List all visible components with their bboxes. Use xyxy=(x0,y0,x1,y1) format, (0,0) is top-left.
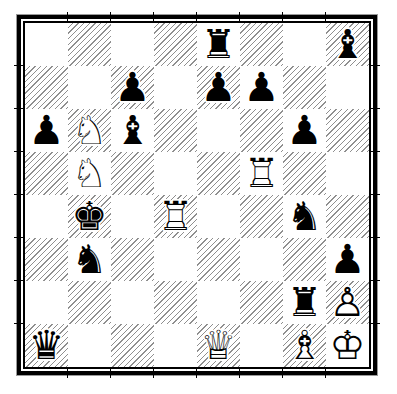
square-c7[interactable]: ♟♟ xyxy=(111,66,154,109)
square-h1[interactable]: ♚♔ xyxy=(326,324,369,367)
piece-black-pawn-g6[interactable]: ♟ xyxy=(283,109,326,152)
square-g6[interactable]: ♟♟ xyxy=(283,109,326,152)
piece-white-knight-b6[interactable]: ♘ xyxy=(68,109,111,152)
piece-black-pawn-h3[interactable]: ♟ xyxy=(326,238,369,281)
square-a8[interactable] xyxy=(25,23,68,66)
frame-tick xyxy=(239,12,240,22)
square-a2[interactable] xyxy=(25,281,68,324)
piece-white-rook-d4[interactable]: ♖ xyxy=(154,195,197,238)
square-d6[interactable] xyxy=(154,109,197,152)
frame-tick xyxy=(153,368,154,378)
piece-black-pawn-f7[interactable]: ♟ xyxy=(240,66,283,109)
frame-tick xyxy=(370,280,380,281)
piece-black-knight-g4[interactable]: ♞ xyxy=(283,195,326,238)
frame-tick xyxy=(196,368,197,378)
piece-white-knight-b5[interactable]: ♘ xyxy=(68,152,111,195)
frame-tick xyxy=(370,65,380,66)
piece-white-queen-e1[interactable]: ♕ xyxy=(197,324,240,367)
square-f5[interactable]: ♜♖ xyxy=(240,152,283,195)
chess-diagram: ♜♜♝♝♟♟♟♟♟♟♟♟♞♘♝♝♟♟♞♘♜♖♚♚♜♖♞♞♞♞♟♟♜♜♟♙♛♛♛♕… xyxy=(16,14,378,376)
square-h6[interactable] xyxy=(326,109,369,152)
frame-tick xyxy=(370,151,380,152)
piece-white-pawn-h2[interactable]: ♙ xyxy=(326,281,369,324)
square-c1[interactable] xyxy=(111,324,154,367)
square-d8[interactable] xyxy=(154,23,197,66)
square-e8[interactable]: ♜♜ xyxy=(197,23,240,66)
frame-tick xyxy=(153,12,154,22)
square-f8[interactable] xyxy=(240,23,283,66)
frame-tick xyxy=(370,237,380,238)
piece-black-bishop-c6[interactable]: ♝ xyxy=(111,109,154,152)
frame-tick xyxy=(67,368,68,378)
piece-white-rook-f5[interactable]: ♖ xyxy=(240,152,283,195)
square-a5[interactable] xyxy=(25,152,68,195)
piece-white-king-h1[interactable]: ♔ xyxy=(326,324,369,367)
square-b7[interactable] xyxy=(68,66,111,109)
square-a6[interactable]: ♟♟ xyxy=(25,109,68,152)
square-h4[interactable] xyxy=(326,195,369,238)
square-c8[interactable] xyxy=(111,23,154,66)
square-b5[interactable]: ♞♘ xyxy=(68,152,111,195)
frame-tick xyxy=(325,368,326,378)
square-g1[interactable]: ♝♗ xyxy=(283,324,326,367)
square-e1[interactable]: ♛♕ xyxy=(197,324,240,367)
frame-tick xyxy=(370,323,380,324)
frame-tick xyxy=(110,12,111,22)
square-g4[interactable]: ♞♞ xyxy=(283,195,326,238)
frame-tick xyxy=(325,12,326,22)
square-c6[interactable]: ♝♝ xyxy=(111,109,154,152)
square-a3[interactable] xyxy=(25,238,68,281)
square-f4[interactable] xyxy=(240,195,283,238)
square-a7[interactable] xyxy=(25,66,68,109)
square-b6[interactable]: ♞♘ xyxy=(68,109,111,152)
square-d7[interactable] xyxy=(154,66,197,109)
piece-black-pawn-a6[interactable]: ♟ xyxy=(25,109,68,152)
frame-tick xyxy=(282,368,283,378)
square-f7[interactable]: ♟♟ xyxy=(240,66,283,109)
square-b8[interactable] xyxy=(68,23,111,66)
square-e4[interactable] xyxy=(197,195,240,238)
piece-black-rook-e8[interactable]: ♜ xyxy=(197,23,240,66)
frame-tick xyxy=(14,108,24,109)
frame-tick xyxy=(282,12,283,22)
square-e7[interactable]: ♟♟ xyxy=(197,66,240,109)
square-h3[interactable]: ♟♟ xyxy=(326,238,369,281)
square-g5[interactable] xyxy=(283,152,326,195)
square-a4[interactable] xyxy=(25,195,68,238)
frame-tick xyxy=(14,65,24,66)
square-c2[interactable] xyxy=(111,281,154,324)
chess-board: ♜♜♝♝♟♟♟♟♟♟♟♟♞♘♝♝♟♟♞♘♜♖♚♚♜♖♞♞♞♞♟♟♜♜♟♙♛♛♛♕… xyxy=(25,23,369,367)
board-frame-inner-line: ♜♜♝♝♟♟♟♟♟♟♟♟♞♘♝♝♟♟♞♘♜♖♚♚♜♖♞♞♞♞♟♟♜♜♟♙♛♛♛♕… xyxy=(23,21,371,369)
square-f2[interactable] xyxy=(240,281,283,324)
piece-black-bishop-h8[interactable]: ♝ xyxy=(326,23,369,66)
square-e6[interactable] xyxy=(197,109,240,152)
square-b3[interactable]: ♞♞ xyxy=(68,238,111,281)
square-f3[interactable] xyxy=(240,238,283,281)
square-d5[interactable] xyxy=(154,152,197,195)
square-g7[interactable] xyxy=(283,66,326,109)
square-g8[interactable] xyxy=(283,23,326,66)
square-g3[interactable] xyxy=(283,238,326,281)
frame-tick xyxy=(14,194,24,195)
square-e2[interactable] xyxy=(197,281,240,324)
square-h5[interactable] xyxy=(326,152,369,195)
piece-black-rook-g2[interactable]: ♜ xyxy=(283,281,326,324)
piece-black-knight-b3[interactable]: ♞ xyxy=(68,238,111,281)
square-f6[interactable] xyxy=(240,109,283,152)
square-h2[interactable]: ♟♙ xyxy=(326,281,369,324)
square-d4[interactable]: ♜♖ xyxy=(154,195,197,238)
frame-tick xyxy=(370,108,380,109)
square-b2[interactable] xyxy=(68,281,111,324)
square-c5[interactable] xyxy=(111,152,154,195)
frame-tick xyxy=(14,280,24,281)
square-a1[interactable]: ♛♛ xyxy=(25,324,68,367)
frame-tick xyxy=(196,12,197,22)
square-d3[interactable] xyxy=(154,238,197,281)
piece-black-king-b4[interactable]: ♚ xyxy=(68,195,111,238)
square-c4[interactable] xyxy=(111,195,154,238)
board-frame-border: ♜♜♝♝♟♟♟♟♟♟♟♟♞♘♝♝♟♟♞♘♜♖♚♚♜♖♞♞♞♞♟♟♜♜♟♙♛♛♛♕… xyxy=(17,15,377,375)
square-g2[interactable]: ♜♜ xyxy=(283,281,326,324)
square-e5[interactable] xyxy=(197,152,240,195)
frame-tick xyxy=(370,194,380,195)
frame-tick xyxy=(67,12,68,22)
square-e3[interactable] xyxy=(197,238,240,281)
piece-white-bishop-g1[interactable]: ♗ xyxy=(283,324,326,367)
piece-black-queen-a1[interactable]: ♛ xyxy=(25,324,68,367)
square-h8[interactable]: ♝♝ xyxy=(326,23,369,66)
frame-tick xyxy=(14,237,24,238)
frame-tick xyxy=(14,151,24,152)
frame-tick xyxy=(239,368,240,378)
square-b4[interactable]: ♚♚ xyxy=(68,195,111,238)
piece-black-pawn-c7[interactable]: ♟ xyxy=(111,66,154,109)
square-d1[interactable] xyxy=(154,324,197,367)
square-d2[interactable] xyxy=(154,281,197,324)
square-c3[interactable] xyxy=(111,238,154,281)
frame-tick xyxy=(14,323,24,324)
frame-tick xyxy=(110,368,111,378)
square-f1[interactable] xyxy=(240,324,283,367)
square-b1[interactable] xyxy=(68,324,111,367)
piece-black-pawn-e7[interactable]: ♟ xyxy=(197,66,240,109)
square-h7[interactable] xyxy=(326,66,369,109)
board-frame-outer-hairline: ♜♜♝♝♟♟♟♟♟♟♟♟♞♘♝♝♟♟♞♘♜♖♚♚♜♖♞♞♞♞♟♟♜♜♟♙♛♛♛♕… xyxy=(16,14,378,376)
